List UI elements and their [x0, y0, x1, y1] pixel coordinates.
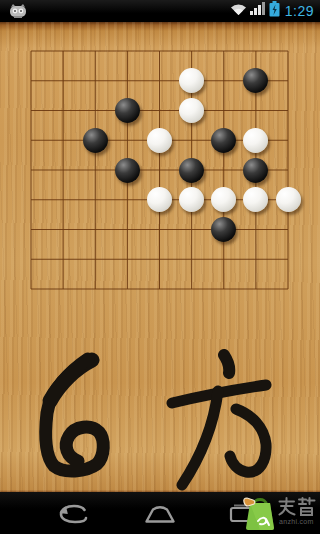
stone-black — [243, 68, 268, 93]
stone-white — [179, 98, 204, 123]
stone-white — [179, 68, 204, 93]
stone-white — [147, 187, 172, 212]
stone-white — [276, 187, 301, 212]
home-icon — [143, 502, 177, 524]
anzhi-brand-glyphs: 安智 — [278, 497, 316, 520]
stone-black — [211, 128, 236, 153]
anzhi-domain: anzhi.com — [279, 518, 314, 525]
status-bar: 1:29 — [0, 0, 320, 22]
wifi-icon — [230, 2, 247, 20]
signal-icon — [250, 2, 266, 20]
navigation-bar: 安智 anzhi.com — [0, 492, 320, 534]
anzhi-brand-label: 安智 — [316, 497, 317, 498]
notification-owl-icon — [8, 3, 28, 23]
stone-white — [147, 128, 172, 153]
app-screen: 1:29 白方 — [0, 0, 320, 534]
battery-charging-icon — [269, 1, 280, 21]
stone-black — [243, 158, 268, 183]
back-icon — [55, 502, 89, 524]
stone-black — [115, 158, 140, 183]
stone-black — [211, 217, 236, 242]
anzhi-watermark: 安智 anzhi.com — [234, 492, 320, 534]
stone-black — [115, 98, 140, 123]
stone-black — [179, 158, 204, 183]
stone-white — [243, 128, 268, 153]
stone-white — [179, 187, 204, 212]
white-side-calligraphy — [0, 347, 320, 492]
home-button[interactable] — [136, 492, 184, 534]
clock-time: 1:29 — [283, 3, 316, 19]
stone-white — [243, 187, 268, 212]
gomoku-board[interactable] — [0, 22, 320, 322]
stone-black — [83, 128, 108, 153]
anzhi-bag-icon — [242, 494, 278, 534]
stone-white — [211, 187, 236, 212]
back-button[interactable] — [48, 492, 96, 534]
wooden-background: 白方 — [0, 22, 320, 492]
